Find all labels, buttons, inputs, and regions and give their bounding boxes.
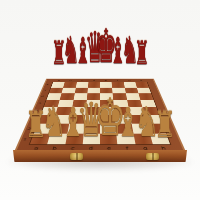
square-d5 xyxy=(86,100,100,107)
piece-red-b-f8: ♝ xyxy=(110,33,127,69)
square-c1 xyxy=(65,133,84,144)
board-shadow xyxy=(8,158,192,171)
square-e3 xyxy=(100,115,116,124)
square-b2 xyxy=(50,124,68,134)
square-c4 xyxy=(70,107,86,115)
square-b1 xyxy=(47,133,67,144)
square-f1 xyxy=(117,133,136,144)
square-e4 xyxy=(100,107,115,115)
piece-red-r-h8: ♜ xyxy=(134,37,149,69)
chess-board: abcdefgh 87654321 abcdefgh xyxy=(14,79,186,152)
square-d4 xyxy=(85,107,100,115)
square-f3 xyxy=(115,115,131,124)
piece-red-q-d8: ♛ xyxy=(85,26,105,69)
square-b3 xyxy=(53,115,70,124)
square-c3 xyxy=(69,115,85,124)
piece-red-n-g8: ♞ xyxy=(121,32,138,69)
board-grid xyxy=(29,82,172,145)
square-h1 xyxy=(150,133,171,144)
square-e2 xyxy=(100,124,117,134)
square-d3 xyxy=(84,115,100,124)
square-f4 xyxy=(114,107,130,115)
piece-red-n-b8: ♞ xyxy=(62,32,79,69)
square-d1 xyxy=(82,133,100,144)
square-f2 xyxy=(116,124,133,134)
chess-set-photo: abcdefgh 87654321 abcdefgh ♜♞♝♛♚♝♞♜♜♞♝♛♚… xyxy=(0,0,200,200)
square-c5 xyxy=(72,100,87,107)
square-h2 xyxy=(147,124,166,134)
square-b4 xyxy=(56,107,72,115)
board-frame: abcdefgh 87654321 abcdefgh xyxy=(14,79,186,152)
square-e5 xyxy=(100,100,114,107)
piece-red-r-a8: ♜ xyxy=(51,37,66,69)
square-h4 xyxy=(142,107,159,115)
square-e1 xyxy=(100,133,118,144)
square-h3 xyxy=(144,115,162,124)
square-f5 xyxy=(113,100,128,107)
piece-red-b-c8: ♝ xyxy=(74,33,91,69)
square-c2 xyxy=(67,124,84,134)
square-d2 xyxy=(83,124,100,134)
square-b5 xyxy=(58,100,73,107)
square-h5 xyxy=(140,100,156,107)
piece-red-k-e8: ♚ xyxy=(96,23,118,69)
